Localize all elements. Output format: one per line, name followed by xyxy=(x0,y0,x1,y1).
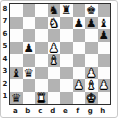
square-f6[interactable] xyxy=(73,29,86,42)
square-e1[interactable] xyxy=(60,92,73,105)
chess-board: ♞♜♚♞♟♟♝♟♟♟♝♝♛♟♟♝♟♛♜♚ xyxy=(9,3,111,105)
square-g5[interactable] xyxy=(85,42,98,55)
square-a4[interactable] xyxy=(10,54,23,67)
piece-black-bishop: ♝ xyxy=(11,67,21,80)
piece-black-knight: ♞ xyxy=(49,4,59,17)
rank-label-3: 3 xyxy=(1,66,9,79)
piece-black-pawn: ♟ xyxy=(86,17,96,30)
square-e6[interactable] xyxy=(60,29,73,42)
rank-label-1: 1 xyxy=(1,91,9,104)
file-label-f: f xyxy=(72,107,85,116)
rank-label-8: 8 xyxy=(1,3,9,16)
chess-diagram: 87654321 ♞♜♚♞♟♟♝♟♟♟♝♝♛♟♟♝♟♛♜♚ abcdefgh xyxy=(0,0,118,118)
square-d6[interactable] xyxy=(48,29,61,42)
piece-white-knight: ♞ xyxy=(49,17,59,30)
square-f5[interactable] xyxy=(73,42,86,55)
square-c2[interactable] xyxy=(35,79,48,92)
square-f8[interactable] xyxy=(73,4,86,17)
square-b1[interactable] xyxy=(23,92,36,105)
square-g3[interactable]: ♟ xyxy=(85,67,98,80)
piece-white-bishop: ♝ xyxy=(49,54,59,67)
rank-label-6: 6 xyxy=(1,28,9,41)
square-e5[interactable] xyxy=(60,42,73,55)
file-labels: abcdefgh xyxy=(9,107,111,116)
square-d5[interactable]: ♟ xyxy=(48,42,61,55)
square-f2[interactable]: ♟ xyxy=(73,79,86,92)
square-d2[interactable] xyxy=(48,79,61,92)
square-h3[interactable] xyxy=(98,67,111,80)
square-a3[interactable]: ♝ xyxy=(10,67,23,80)
piece-white-rook: ♜ xyxy=(36,92,46,105)
file-label-h: h xyxy=(97,107,110,116)
square-d3[interactable] xyxy=(48,67,61,80)
piece-white-pawn: ♟ xyxy=(49,42,59,55)
piece-white-bishop: ♝ xyxy=(86,79,96,92)
square-c5[interactable] xyxy=(35,42,48,55)
square-f7[interactable]: ♟ xyxy=(73,17,86,30)
square-b4[interactable] xyxy=(23,54,36,67)
piece-black-pawn: ♟ xyxy=(74,17,84,30)
rank-label-7: 7 xyxy=(1,16,9,29)
square-b6[interactable] xyxy=(23,29,36,42)
piece-white-pawn: ♟ xyxy=(74,79,84,92)
piece-white-pawn: ♟ xyxy=(99,79,109,92)
file-label-g: g xyxy=(84,107,97,116)
square-c3[interactable] xyxy=(35,67,48,80)
square-c4[interactable] xyxy=(35,54,48,67)
square-h7[interactable]: ♝ xyxy=(98,17,111,30)
file-label-a: a xyxy=(9,107,22,116)
file-label-b: b xyxy=(22,107,35,116)
square-h5[interactable] xyxy=(98,42,111,55)
square-e3[interactable] xyxy=(60,67,73,80)
rank-label-4: 4 xyxy=(1,53,9,66)
piece-black-king: ♚ xyxy=(86,4,96,17)
square-g7[interactable]: ♟ xyxy=(85,17,98,30)
piece-white-pawn: ♟ xyxy=(86,67,96,80)
square-b7[interactable] xyxy=(23,17,36,30)
file-label-c: c xyxy=(34,107,47,116)
square-f4[interactable] xyxy=(73,54,86,67)
square-d7[interactable]: ♞ xyxy=(48,17,61,30)
file-label-e: e xyxy=(59,107,72,116)
piece-black-queen: ♛ xyxy=(24,67,34,80)
square-f3[interactable] xyxy=(73,67,86,80)
square-g1[interactable]: ♚ xyxy=(85,92,98,105)
square-g6[interactable] xyxy=(85,29,98,42)
square-f1[interactable] xyxy=(73,92,86,105)
piece-white-king: ♚ xyxy=(86,92,96,105)
square-g2[interactable]: ♝ xyxy=(85,79,98,92)
square-g8[interactable]: ♚ xyxy=(85,4,98,17)
square-h1[interactable] xyxy=(98,92,111,105)
square-g4[interactable] xyxy=(85,54,98,67)
piece-black-pawn: ♟ xyxy=(99,29,109,42)
square-b5[interactable]: ♟ xyxy=(23,42,36,55)
piece-black-pawn: ♟ xyxy=(24,42,34,55)
rank-labels: 87654321 xyxy=(1,3,9,103)
square-a7[interactable] xyxy=(10,17,23,30)
square-h2[interactable]: ♟ xyxy=(98,79,111,92)
square-a1[interactable]: ♛ xyxy=(10,92,23,105)
square-c8[interactable] xyxy=(35,4,48,17)
square-c7[interactable] xyxy=(35,17,48,30)
square-d8[interactable]: ♞ xyxy=(48,4,61,17)
square-d4[interactable]: ♝ xyxy=(48,54,61,67)
square-a8[interactable] xyxy=(10,4,23,17)
square-e2[interactable] xyxy=(60,79,73,92)
square-b8[interactable] xyxy=(23,4,36,17)
square-e4[interactable] xyxy=(60,54,73,67)
square-e7[interactable] xyxy=(60,17,73,30)
file-label-d: d xyxy=(47,107,60,116)
square-b2[interactable] xyxy=(23,79,36,92)
square-h6[interactable]: ♟ xyxy=(98,29,111,42)
square-a6[interactable] xyxy=(10,29,23,42)
square-h4[interactable] xyxy=(98,54,111,67)
square-c6[interactable] xyxy=(35,29,48,42)
piece-black-bishop: ♝ xyxy=(99,17,109,30)
square-b3[interactable]: ♛ xyxy=(23,67,36,80)
square-e8[interactable]: ♜ xyxy=(60,4,73,17)
square-h8[interactable] xyxy=(98,4,111,17)
rank-label-2: 2 xyxy=(1,78,9,91)
square-a5[interactable] xyxy=(10,42,23,55)
piece-black-queen: ♛ xyxy=(11,92,21,105)
square-a2[interactable] xyxy=(10,79,23,92)
rank-label-5: 5 xyxy=(1,41,9,54)
piece-black-rook: ♜ xyxy=(61,4,71,17)
square-c1[interactable]: ♜ xyxy=(35,92,48,105)
square-d1[interactable] xyxy=(48,92,61,105)
